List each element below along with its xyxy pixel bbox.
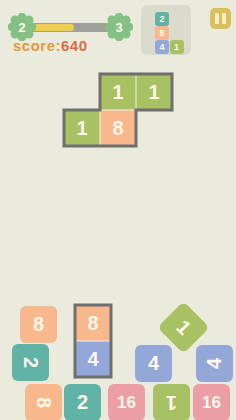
stack-tile: 16 bbox=[108, 384, 145, 420]
stack-tile: 2 bbox=[12, 344, 49, 381]
next-piece-mini-tile: 8 bbox=[155, 26, 169, 40]
stack-tile: 16 bbox=[193, 384, 230, 420]
pause-icon bbox=[222, 13, 226, 24]
stack-tile: 4 bbox=[135, 345, 172, 382]
stack-tile: 2 bbox=[64, 384, 101, 420]
level-current-label: 2 bbox=[18, 20, 25, 35]
stack-tile: 8 bbox=[25, 384, 62, 420]
pause-button[interactable] bbox=[210, 8, 231, 29]
hud: 2 3 score:640 2841 bbox=[0, 0, 236, 60]
score-display: score:640 bbox=[13, 37, 88, 54]
falling-cell-value: 1 bbox=[148, 81, 159, 103]
stack-tile: 8 bbox=[20, 306, 57, 343]
stack-tile: 4 bbox=[196, 345, 233, 382]
score-label: score: bbox=[13, 37, 61, 54]
next-piece-mini-tile: 4 bbox=[155, 40, 169, 54]
dropped-piece: 8 4 bbox=[72, 302, 114, 380]
pause-icon bbox=[215, 13, 219, 24]
falling-cell-value: 1 bbox=[76, 117, 87, 139]
level-next-label: 3 bbox=[115, 20, 122, 35]
score-value: 640 bbox=[61, 37, 88, 54]
next-piece-mini-tile: 1 bbox=[170, 40, 184, 54]
stack-tile: 1 bbox=[153, 384, 190, 420]
level-badge-next: 3 bbox=[105, 13, 133, 41]
playfield[interactable]: 1 1 1 8 8 4 821448216116 bbox=[0, 0, 236, 420]
next-piece-panel: 2841 bbox=[141, 5, 191, 55]
dropped-cell-value: 4 bbox=[87, 348, 99, 370]
falling-cell-value: 1 bbox=[112, 81, 123, 103]
dropped-cell-value: 8 bbox=[87, 312, 98, 334]
falling-cell-value: 8 bbox=[112, 117, 123, 139]
next-piece-mini-tile: 2 bbox=[155, 12, 169, 26]
falling-piece[interactable]: 1 1 1 8 bbox=[61, 71, 175, 149]
